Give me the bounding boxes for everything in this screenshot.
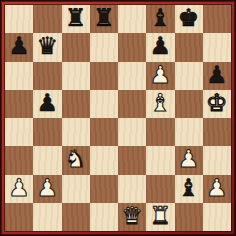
square-f8[interactable]: ♝ <box>146 5 174 33</box>
square-d3[interactable] <box>90 146 118 174</box>
square-g3[interactable]: ♟ <box>175 146 203 174</box>
square-f7[interactable]: ♟ <box>146 33 174 61</box>
square-c6[interactable] <box>62 62 90 90</box>
square-b3[interactable] <box>33 146 61 174</box>
square-h6[interactable]: ♟ <box>203 62 231 90</box>
square-f5[interactable]: ♝ <box>146 90 174 118</box>
square-e1[interactable]: ♛ <box>118 203 146 231</box>
piece-white-king: ♚ <box>206 91 228 115</box>
square-e7[interactable] <box>118 33 146 61</box>
square-d1[interactable] <box>90 203 118 231</box>
square-a4[interactable] <box>5 118 33 146</box>
square-e3[interactable] <box>118 146 146 174</box>
square-c7[interactable] <box>62 33 90 61</box>
piece-white-pawn: ♟ <box>206 176 228 200</box>
chess-board: ♜♜♝♚♟♛♟♟♟♟♝♚♞♟♟♟♝♟♛♜ <box>5 5 231 231</box>
square-d6[interactable] <box>90 62 118 90</box>
piece-black-bishop: ♝ <box>150 6 172 30</box>
square-b7[interactable]: ♛ <box>33 33 61 61</box>
square-h5[interactable]: ♚ <box>203 90 231 118</box>
board-frame: ♜♜♝♚♟♛♟♟♟♟♝♚♞♟♟♟♝♟♛♜ <box>0 0 236 236</box>
square-h1[interactable] <box>203 203 231 231</box>
piece-white-bishop: ♝ <box>150 91 172 115</box>
square-e4[interactable] <box>118 118 146 146</box>
square-a7[interactable]: ♟ <box>5 33 33 61</box>
square-a6[interactable] <box>5 62 33 90</box>
piece-white-queen: ♛ <box>121 204 143 228</box>
piece-black-pawn: ♟ <box>8 34 30 58</box>
square-c1[interactable] <box>62 203 90 231</box>
square-c4[interactable] <box>62 118 90 146</box>
square-g8[interactable]: ♚ <box>175 5 203 33</box>
square-b8[interactable] <box>33 5 61 33</box>
square-g5[interactable] <box>175 90 203 118</box>
piece-white-rook: ♜ <box>150 204 172 228</box>
square-g6[interactable] <box>175 62 203 90</box>
square-h3[interactable] <box>203 146 231 174</box>
piece-white-pawn: ♟ <box>150 63 172 87</box>
piece-black-rook: ♜ <box>65 6 87 30</box>
piece-black-pawn: ♟ <box>206 63 228 87</box>
square-f1[interactable]: ♜ <box>146 203 174 231</box>
piece-black-pawn: ♟ <box>37 91 59 115</box>
square-c2[interactable] <box>62 175 90 203</box>
square-c8[interactable]: ♜ <box>62 5 90 33</box>
square-b5[interactable]: ♟ <box>33 90 61 118</box>
square-a1[interactable] <box>5 203 33 231</box>
piece-white-pawn: ♟ <box>37 176 59 200</box>
piece-black-king: ♚ <box>178 6 200 30</box>
square-h8[interactable] <box>203 5 231 33</box>
piece-black-rook: ♜ <box>93 6 115 30</box>
square-f4[interactable] <box>146 118 174 146</box>
piece-black-queen: ♛ <box>37 34 59 58</box>
square-h4[interactable] <box>203 118 231 146</box>
square-e2[interactable] <box>118 175 146 203</box>
piece-white-pawn: ♟ <box>8 176 30 200</box>
square-f3[interactable] <box>146 146 174 174</box>
square-e6[interactable] <box>118 62 146 90</box>
square-c3[interactable]: ♞ <box>62 146 90 174</box>
square-d5[interactable] <box>90 90 118 118</box>
square-c5[interactable] <box>62 90 90 118</box>
square-d8[interactable]: ♜ <box>90 5 118 33</box>
square-d4[interactable] <box>90 118 118 146</box>
square-d2[interactable] <box>90 175 118 203</box>
piece-black-pawn: ♟ <box>150 34 172 58</box>
square-a2[interactable]: ♟ <box>5 175 33 203</box>
square-a8[interactable] <box>5 5 33 33</box>
square-g4[interactable] <box>175 118 203 146</box>
square-f6[interactable]: ♟ <box>146 62 174 90</box>
square-b2[interactable]: ♟ <box>33 175 61 203</box>
square-f2[interactable] <box>146 175 174 203</box>
square-g7[interactable] <box>175 33 203 61</box>
square-b6[interactable] <box>33 62 61 90</box>
square-h2[interactable]: ♟ <box>203 175 231 203</box>
piece-white-pawn: ♟ <box>178 147 200 171</box>
square-h7[interactable] <box>203 33 231 61</box>
piece-black-bishop: ♝ <box>178 176 200 200</box>
square-d7[interactable] <box>90 33 118 61</box>
square-g2[interactable]: ♝ <box>175 175 203 203</box>
square-a5[interactable] <box>5 90 33 118</box>
square-e5[interactable] <box>118 90 146 118</box>
square-a3[interactable] <box>5 146 33 174</box>
square-g1[interactable] <box>175 203 203 231</box>
square-b1[interactable] <box>33 203 61 231</box>
piece-white-knight: ♞ <box>65 147 87 171</box>
square-b4[interactable] <box>33 118 61 146</box>
square-e8[interactable] <box>118 5 146 33</box>
